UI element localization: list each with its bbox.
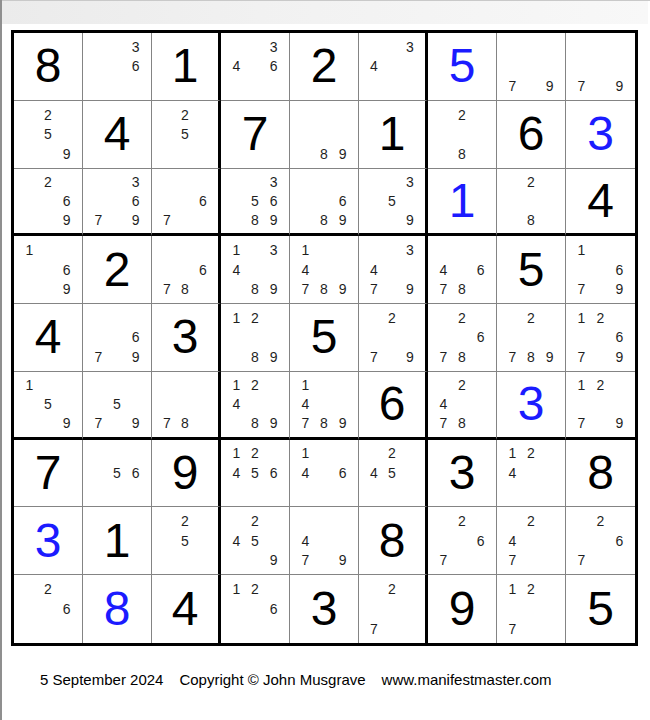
pencil-mark: 2 [246, 444, 265, 464]
cell-r2c8: 6 [497, 101, 566, 169]
cell-r5c4: 1289 [221, 304, 290, 372]
cell-r3c4: 35689 [221, 169, 290, 237]
pencil-mark: 9 [401, 210, 419, 229]
pencil-mark: 1 [20, 240, 39, 260]
cell-r7c7: 3 [428, 440, 497, 508]
pencil-mark: 9 [333, 210, 352, 229]
cell-r7c5: 146 [290, 440, 359, 508]
pencil-mark: 5 [176, 531, 194, 551]
pencil-mark: 9 [57, 210, 76, 229]
pencil-mark: 4 [434, 395, 453, 414]
pencil-mark: 2 [522, 173, 541, 192]
cell-r9c3: 4 [152, 575, 221, 643]
pencil-mark: 8 [315, 210, 334, 229]
pencil-mark: 7 [89, 347, 108, 367]
pencil-mark: 4 [296, 395, 315, 414]
cell-r4c9: 1679 [566, 236, 635, 304]
pencil-mark: 1 [296, 444, 315, 464]
pencil-mark: 2 [453, 376, 472, 395]
pencil-mark: 6 [194, 191, 212, 210]
pencil-mark: 3 [401, 240, 419, 260]
footer-date: 5 September 2024 [40, 671, 163, 688]
given-digit: 8 [587, 449, 614, 497]
pencil-mark: 9 [126, 347, 145, 367]
pencil-mark: 7 [572, 414, 591, 433]
pencil-mark: 9 [333, 280, 352, 300]
pencil-mark: 2 [246, 376, 265, 395]
solved-digit: 3 [587, 110, 614, 158]
pencil-mark: 6 [194, 260, 212, 280]
cell-r7c3: 9 [152, 440, 221, 508]
pencil-mark: 2 [246, 511, 265, 531]
pencil-mark: 9 [264, 347, 283, 367]
page-left-edge [0, 0, 2, 720]
cell-r4c5: 14789 [290, 236, 359, 304]
pencil-mark: 3 [264, 37, 283, 57]
pencil-mark: 8 [522, 347, 541, 367]
cell-r7c6: 245 [359, 440, 428, 508]
cell-r3c8: 28 [497, 169, 566, 237]
pencil-mark: 3 [401, 173, 419, 192]
pencil-mark: 2 [246, 579, 265, 599]
cell-r8c5: 479 [290, 507, 359, 575]
pencil-mark: 7 [89, 210, 108, 229]
cell-r6c3: 78 [152, 372, 221, 440]
footer-url: www.manifestmaster.com [382, 671, 552, 688]
cell-r9c1: 26 [14, 575, 83, 643]
cell-r5c9: 12679 [566, 304, 635, 372]
cell-r5c1: 4 [14, 304, 83, 372]
pencil-mark: 6 [126, 463, 145, 483]
cell-r6c7: 2478 [428, 372, 497, 440]
pencil-mark: 6 [610, 260, 629, 280]
pencil-mark: 4 [365, 260, 383, 280]
given-digit: 6 [518, 110, 545, 158]
pencil-mark: 2 [39, 579, 58, 599]
pencil-mark: 6 [57, 191, 76, 210]
cell-r2c2: 4 [83, 101, 152, 169]
pencil-mark: 2 [246, 308, 265, 328]
pencil-mark: 7 [158, 414, 176, 433]
cell-r4c3: 678 [152, 236, 221, 304]
pencil-mark: 6 [57, 599, 76, 619]
pencil-mark: 8 [246, 414, 265, 433]
pencil-mark: 6 [333, 191, 352, 210]
pencil-mark: 7 [158, 280, 176, 300]
cell-r3c2: 3679 [83, 169, 152, 237]
given-digit: 7 [242, 110, 269, 158]
pencil-mark: 3 [126, 173, 145, 192]
cell-r9c7: 9 [428, 575, 497, 643]
pencil-mark: 6 [126, 328, 145, 348]
pencil-mark: 2 [591, 308, 610, 328]
pencil-mark: 5 [39, 395, 58, 414]
cell-r3c9: 4 [566, 169, 635, 237]
pencil-mark: 1 [503, 444, 522, 464]
cell-r4c4: 13489 [221, 236, 290, 304]
pencil-mark: 9 [610, 280, 629, 300]
pencil-mark: 7 [572, 551, 591, 571]
pencil-mark: 6 [264, 57, 283, 77]
pencil-mark: 8 [246, 210, 265, 229]
cell-r7c1: 7 [14, 440, 83, 508]
pencil-mark: 7 [434, 347, 453, 367]
pencil-mark: 2 [176, 105, 194, 125]
cell-r5c3: 3 [152, 304, 221, 372]
footer: 5 September 2024 Copyright © John Musgra… [40, 671, 552, 688]
pencil-mark: 1 [227, 579, 246, 599]
given-digit: 7 [35, 449, 62, 497]
given-digit: 3 [172, 313, 199, 361]
cell-r7c4: 12456 [221, 440, 290, 508]
solved-digit: 3 [35, 517, 62, 565]
cell-r8c7: 267 [428, 507, 497, 575]
pencil-mark: 9 [333, 551, 352, 571]
given-digit: 6 [379, 380, 406, 428]
pencil-mark: 9 [264, 210, 283, 229]
given-digit: 4 [172, 585, 199, 633]
pencil-mark: 5 [246, 531, 265, 551]
cell-r2c5: 89 [290, 101, 359, 169]
pencil-mark: 2 [522, 579, 541, 599]
pencil-mark: 9 [126, 210, 145, 229]
pencil-mark: 7 [158, 210, 176, 229]
given-digit: 8 [379, 517, 406, 565]
pencil-mark: 8 [176, 414, 194, 433]
pencil-mark: 4 [227, 260, 246, 280]
cell-r3c7: 1 [428, 169, 497, 237]
solved-digit: 8 [104, 585, 131, 633]
pencil-mark: 4 [227, 531, 246, 551]
cell-r5c6: 279 [359, 304, 428, 372]
pencil-mark: 9 [610, 76, 629, 96]
pencil-mark: 4 [365, 57, 383, 77]
pencil-mark: 7 [572, 280, 591, 300]
cell-r9c8: 127 [497, 575, 566, 643]
pencil-mark: 2 [39, 105, 58, 125]
pencil-mark: 8 [453, 347, 472, 367]
cell-r2c6: 1 [359, 101, 428, 169]
given-digit: 1 [104, 517, 131, 565]
pencil-mark: 7 [365, 280, 383, 300]
pencil-mark: 1 [227, 240, 246, 260]
cell-r4c8: 5 [497, 236, 566, 304]
pencil-mark: 9 [57, 414, 76, 433]
cell-r2c9: 3 [566, 101, 635, 169]
pencil-mark: 9 [57, 280, 76, 300]
cell-r5c8: 2789 [497, 304, 566, 372]
pencil-mark: 1 [227, 444, 246, 464]
pencil-mark: 8 [453, 414, 472, 433]
cell-r8c6: 8 [359, 507, 428, 575]
pencil-mark: 8 [453, 280, 472, 300]
pencil-mark: 2 [522, 308, 541, 328]
pencil-mark: 2 [383, 579, 401, 599]
pencil-mark: 2 [176, 511, 194, 531]
cell-r1c3: 1 [152, 33, 221, 101]
pencil-mark: 5 [176, 124, 194, 144]
pencil-mark: 6 [57, 260, 76, 280]
pencil-mark: 1 [296, 240, 315, 260]
pencil-mark: 9 [264, 414, 283, 433]
pencil-mark: 7 [296, 414, 315, 433]
pencil-mark: 8 [453, 144, 472, 164]
pencil-mark: 2 [591, 376, 610, 395]
pencil-mark: 6 [264, 463, 283, 483]
given-digit: 5 [311, 313, 338, 361]
pencil-mark: 9 [126, 414, 145, 433]
pencil-mark: 9 [540, 347, 559, 367]
pencil-mark: 7 [572, 76, 591, 96]
pencil-mark: 1 [20, 376, 39, 395]
cell-r6c8: 3 [497, 372, 566, 440]
pencil-mark: 7 [365, 347, 383, 367]
pencil-mark: 8 [176, 280, 194, 300]
pencil-mark: 5 [246, 463, 265, 483]
cell-r5c5: 5 [290, 304, 359, 372]
cell-r4c2: 2 [83, 236, 152, 304]
pencil-mark: 9 [610, 414, 629, 433]
cell-r6c2: 579 [83, 372, 152, 440]
pencil-mark: 5 [246, 191, 265, 210]
pencil-mark: 4 [296, 531, 315, 551]
pencil-mark: 3 [126, 37, 145, 57]
pencil-mark: 8 [246, 280, 265, 300]
cell-r1c1: 8 [14, 33, 83, 101]
pencil-mark: 7 [89, 414, 108, 433]
cell-r5c7: 2678 [428, 304, 497, 372]
pencil-mark: 7 [503, 551, 522, 571]
pencil-mark: 2 [453, 511, 472, 531]
pencil-mark: 3 [401, 37, 419, 57]
cell-r6c4: 12489 [221, 372, 290, 440]
pencil-mark: 9 [333, 144, 352, 164]
cell-r2c3: 25 [152, 101, 221, 169]
cell-r8c4: 2459 [221, 507, 290, 575]
cell-r3c5: 689 [290, 169, 359, 237]
cell-r1c9: 79 [566, 33, 635, 101]
sudoku-board: 8361346234579792594257891286326936796735… [11, 30, 638, 646]
pencil-mark: 8 [315, 414, 334, 433]
given-digit: 3 [311, 585, 338, 633]
pencil-mark: 6 [471, 260, 490, 280]
cell-r4c6: 3479 [359, 236, 428, 304]
pencil-mark: 7 [572, 347, 591, 367]
pencil-mark: 7 [296, 551, 315, 571]
given-digit: 1 [172, 42, 199, 90]
given-digit: 9 [449, 585, 476, 633]
pencil-mark: 6 [610, 531, 629, 551]
pencil-mark: 5 [108, 395, 127, 414]
cell-r6c1: 159 [14, 372, 83, 440]
given-digit: 3 [449, 449, 476, 497]
pencil-mark: 6 [126, 191, 145, 210]
pencil-mark: 6 [471, 328, 490, 348]
cell-r8c1: 3 [14, 507, 83, 575]
cell-r6c5: 14789 [290, 372, 359, 440]
cell-r2c7: 28 [428, 101, 497, 169]
pencil-mark: 5 [108, 463, 127, 483]
pencil-mark: 9 [264, 280, 283, 300]
pencil-mark: 1 [572, 308, 591, 328]
cell-r3c3: 67 [152, 169, 221, 237]
window-top-strip [2, 1, 648, 24]
given-digit: 8 [35, 42, 62, 90]
pencil-mark: 3 [264, 173, 283, 192]
pencil-mark: 9 [57, 144, 76, 164]
footer-copyright: Copyright © John Musgrave [179, 671, 365, 688]
pencil-mark: 4 [434, 260, 453, 280]
pencil-mark: 4 [227, 395, 246, 414]
pencil-mark: 7 [434, 414, 453, 433]
cell-r6c9: 1279 [566, 372, 635, 440]
pencil-mark: 6 [264, 599, 283, 619]
given-digit: 5 [518, 246, 545, 294]
cell-r9c2: 8 [83, 575, 152, 643]
pencil-mark: 2 [522, 511, 541, 531]
cell-r9c9: 5 [566, 575, 635, 643]
given-digit: 9 [172, 449, 199, 497]
cell-r9c4: 126 [221, 575, 290, 643]
solved-digit: 1 [449, 177, 476, 225]
pencil-mark: 1 [572, 240, 591, 260]
cell-r8c9: 267 [566, 507, 635, 575]
pencil-mark: 1 [227, 308, 246, 328]
pencil-mark: 9 [401, 347, 419, 367]
pencil-mark: 2 [453, 105, 472, 125]
cell-r7c2: 56 [83, 440, 152, 508]
pencil-mark: 4 [296, 463, 315, 483]
pencil-mark: 9 [333, 414, 352, 433]
cell-r5c2: 679 [83, 304, 152, 372]
pencil-mark: 6 [126, 57, 145, 77]
cell-r3c1: 269 [14, 169, 83, 237]
pencil-mark: 4 [227, 57, 246, 77]
cell-r1c4: 346 [221, 33, 290, 101]
cell-r9c5: 3 [290, 575, 359, 643]
pencil-mark: 4 [503, 463, 522, 483]
cell-r1c6: 34 [359, 33, 428, 101]
pencil-mark: 9 [401, 280, 419, 300]
pencil-mark: 7 [434, 551, 453, 571]
given-digit: 2 [311, 42, 338, 90]
pencil-mark: 8 [315, 280, 334, 300]
pencil-mark: 1 [227, 376, 246, 395]
pencil-mark: 4 [296, 260, 315, 280]
pencil-mark: 6 [264, 191, 283, 210]
pencil-mark: 4 [365, 463, 383, 483]
pencil-mark: 2 [591, 511, 610, 531]
cell-r4c7: 4678 [428, 236, 497, 304]
pencil-mark: 7 [503, 76, 522, 96]
cell-r1c2: 36 [83, 33, 152, 101]
given-digit: 1 [379, 110, 406, 158]
cell-r8c8: 247 [497, 507, 566, 575]
pencil-mark: 9 [540, 76, 559, 96]
pencil-mark: 2 [522, 444, 541, 464]
pencil-mark: 7 [503, 347, 522, 367]
given-digit: 4 [35, 313, 62, 361]
cell-r7c9: 8 [566, 440, 635, 508]
pencil-mark: 2 [39, 173, 58, 192]
pencil-mark: 3 [264, 240, 283, 260]
cell-r1c8: 79 [497, 33, 566, 101]
cell-r9c6: 27 [359, 575, 428, 643]
pencil-mark: 2 [383, 444, 401, 464]
pencil-mark: 6 [333, 463, 352, 483]
cell-r8c3: 25 [152, 507, 221, 575]
cell-r4c1: 169 [14, 236, 83, 304]
pencil-mark: 6 [471, 531, 490, 551]
cell-r6c6: 6 [359, 372, 428, 440]
pencil-mark: 9 [610, 347, 629, 367]
pencil-mark: 6 [610, 328, 629, 348]
given-digit: 5 [587, 585, 614, 633]
pencil-mark: 4 [227, 463, 246, 483]
pencil-mark: 8 [522, 210, 541, 229]
pencil-mark: 1 [296, 376, 315, 395]
given-digit: 4 [104, 110, 131, 158]
pencil-mark: 7 [503, 619, 522, 639]
pencil-mark: 7 [365, 619, 383, 639]
pencil-mark: 8 [246, 347, 265, 367]
solved-digit: 5 [449, 42, 476, 90]
cell-r1c7: 5 [428, 33, 497, 101]
pencil-mark: 7 [434, 280, 453, 300]
cell-r7c8: 124 [497, 440, 566, 508]
cell-r8c2: 1 [83, 507, 152, 575]
given-digit: 2 [104, 246, 131, 294]
given-digit: 4 [587, 177, 614, 225]
pencil-mark: 2 [383, 308, 401, 328]
cell-r2c1: 259 [14, 101, 83, 169]
cell-r1c5: 2 [290, 33, 359, 101]
pencil-mark: 7 [296, 280, 315, 300]
pencil-mark: 4 [503, 531, 522, 551]
pencil-mark: 5 [39, 124, 58, 144]
pencil-mark: 1 [503, 579, 522, 599]
pencil-mark: 1 [572, 376, 591, 395]
pencil-mark: 5 [383, 463, 401, 483]
solved-digit: 3 [518, 380, 545, 428]
pencil-mark: 8 [315, 144, 334, 164]
pencil-mark: 2 [453, 308, 472, 328]
cell-r2c4: 7 [221, 101, 290, 169]
cell-r3c6: 359 [359, 169, 428, 237]
pencil-mark: 5 [383, 191, 401, 210]
pencil-mark: 9 [264, 551, 283, 571]
